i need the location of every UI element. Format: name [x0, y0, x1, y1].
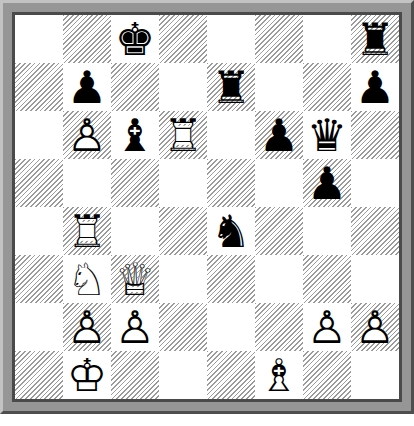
square-c6[interactable]: ♝ [111, 111, 159, 159]
square-d8[interactable] [159, 15, 207, 63]
white-pawn[interactable]: ♟♙ [111, 303, 159, 351]
square-f5[interactable] [255, 159, 303, 207]
piece-outline: ♙ [303, 303, 351, 351]
white-rook[interactable]: ♜♖ [63, 207, 111, 255]
piece-glyph: ♟ [351, 63, 399, 111]
square-h1[interactable] [351, 351, 399, 399]
square-c2[interactable]: ♟♙ [111, 303, 159, 351]
black-pawn[interactable]: ♟ [351, 63, 399, 111]
piece-glyph: ♛ [303, 111, 351, 159]
square-a4[interactable] [15, 207, 63, 255]
square-g8[interactable] [303, 15, 351, 63]
piece-outline: ♕ [111, 255, 159, 303]
white-king[interactable]: ♚♔ [63, 351, 111, 399]
piece-outline: ♗ [255, 351, 303, 399]
square-e2[interactable] [207, 303, 255, 351]
piece-glyph: ♜ [207, 63, 255, 111]
piece-outline: ♘ [63, 255, 111, 303]
square-b6[interactable]: ♟♙ [63, 111, 111, 159]
piece-glyph: ♜ [351, 15, 399, 63]
square-h4[interactable] [351, 207, 399, 255]
board-frame: ♚♜♟♜♟♟♙♝♜♖♟♛♟♜♖♞♞♘♛♕♟♙♟♙♟♙♟♙♚♔♝♗ [0, 0, 414, 414]
square-a5[interactable] [15, 159, 63, 207]
square-d4[interactable] [159, 207, 207, 255]
black-pawn[interactable]: ♟ [255, 111, 303, 159]
square-f8[interactable] [255, 15, 303, 63]
square-h7[interactable]: ♟ [351, 63, 399, 111]
square-a1[interactable] [15, 351, 63, 399]
square-e4[interactable]: ♞ [207, 207, 255, 255]
piece-glyph: ♝ [111, 111, 159, 159]
square-e3[interactable] [207, 255, 255, 303]
square-d5[interactable] [159, 159, 207, 207]
square-f3[interactable] [255, 255, 303, 303]
piece-glyph: ♚ [111, 15, 159, 63]
square-b3[interactable]: ♞♘ [63, 255, 111, 303]
square-a2[interactable] [15, 303, 63, 351]
square-a3[interactable] [15, 255, 63, 303]
piece-glyph: ♟ [255, 111, 303, 159]
square-h3[interactable] [351, 255, 399, 303]
piece-outline: ♙ [111, 303, 159, 351]
square-c8[interactable]: ♚ [111, 15, 159, 63]
black-king[interactable]: ♚ [111, 15, 159, 63]
white-pawn[interactable]: ♟♙ [303, 303, 351, 351]
square-h5[interactable] [351, 159, 399, 207]
square-e6[interactable] [207, 111, 255, 159]
piece-outline: ♙ [63, 111, 111, 159]
white-pawn[interactable]: ♟♙ [63, 303, 111, 351]
square-b8[interactable] [63, 15, 111, 63]
piece-outline: ♖ [159, 111, 207, 159]
black-pawn[interactable]: ♟ [63, 63, 111, 111]
square-c5[interactable] [111, 159, 159, 207]
chessboard: ♚♜♟♜♟♟♙♝♜♖♟♛♟♜♖♞♞♘♛♕♟♙♟♙♟♙♟♙♚♔♝♗ [12, 12, 402, 402]
square-f6[interactable]: ♟ [255, 111, 303, 159]
square-g7[interactable] [303, 63, 351, 111]
square-h6[interactable] [351, 111, 399, 159]
piece-outline: ♔ [63, 351, 111, 399]
square-e1[interactable] [207, 351, 255, 399]
black-knight[interactable]: ♞ [207, 207, 255, 255]
piece-glyph: ♟ [303, 159, 351, 207]
black-pawn[interactable]: ♟ [303, 159, 351, 207]
white-knight[interactable]: ♞♘ [63, 255, 111, 303]
square-d7[interactable] [159, 63, 207, 111]
piece-outline: ♙ [63, 303, 111, 351]
square-d3[interactable] [159, 255, 207, 303]
square-e8[interactable] [207, 15, 255, 63]
square-b2[interactable]: ♟♙ [63, 303, 111, 351]
square-h2[interactable]: ♟♙ [351, 303, 399, 351]
square-g5[interactable]: ♟ [303, 159, 351, 207]
square-g3[interactable] [303, 255, 351, 303]
piece-outline: ♖ [63, 207, 111, 255]
square-g6[interactable]: ♛ [303, 111, 351, 159]
white-pawn[interactable]: ♟♙ [63, 111, 111, 159]
white-pawn[interactable]: ♟♙ [351, 303, 399, 351]
white-bishop[interactable]: ♝♗ [255, 351, 303, 399]
square-g2[interactable]: ♟♙ [303, 303, 351, 351]
square-g1[interactable] [303, 351, 351, 399]
square-c3[interactable]: ♛♕ [111, 255, 159, 303]
square-e7[interactable]: ♜ [207, 63, 255, 111]
black-rook[interactable]: ♜ [351, 15, 399, 63]
black-bishop[interactable]: ♝ [111, 111, 159, 159]
white-rook[interactable]: ♜♖ [159, 111, 207, 159]
square-d6[interactable]: ♜♖ [159, 111, 207, 159]
square-a7[interactable] [15, 63, 63, 111]
square-f2[interactable] [255, 303, 303, 351]
square-f1[interactable]: ♝♗ [255, 351, 303, 399]
black-rook[interactable]: ♜ [207, 63, 255, 111]
square-d2[interactable] [159, 303, 207, 351]
square-a6[interactable] [15, 111, 63, 159]
piece-outline: ♙ [351, 303, 399, 351]
white-queen[interactable]: ♛♕ [111, 255, 159, 303]
square-h8[interactable]: ♜ [351, 15, 399, 63]
square-c1[interactable] [111, 351, 159, 399]
square-b7[interactable]: ♟ [63, 63, 111, 111]
square-b5[interactable] [63, 159, 111, 207]
square-f7[interactable] [255, 63, 303, 111]
square-c7[interactable] [111, 63, 159, 111]
square-b1[interactable]: ♚♔ [63, 351, 111, 399]
square-b4[interactable]: ♜♖ [63, 207, 111, 255]
square-c4[interactable] [111, 207, 159, 255]
square-d1[interactable] [159, 351, 207, 399]
square-e5[interactable] [207, 159, 255, 207]
square-a8[interactable] [15, 15, 63, 63]
square-g4[interactable] [303, 207, 351, 255]
square-f4[interactable] [255, 207, 303, 255]
piece-glyph: ♞ [207, 207, 255, 255]
black-queen[interactable]: ♛ [303, 111, 351, 159]
piece-glyph: ♟ [63, 63, 111, 111]
